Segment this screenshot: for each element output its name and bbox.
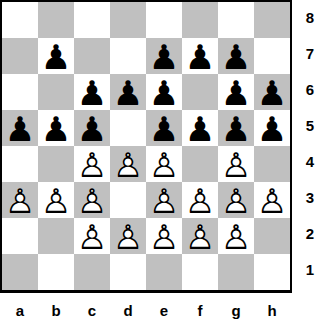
rank-label-4: 4 (292, 144, 328, 180)
white-pawn-fill: ♟ (182, 182, 218, 218)
white-pawn: ♙ (110, 146, 146, 182)
white-pawn: ♙ (218, 182, 254, 218)
white-pawn: ♙ (146, 146, 182, 182)
rank-label-8: 8 (292, 0, 328, 36)
file-label-d: d (110, 293, 146, 329)
square-e6[interactable]: ♟ (146, 74, 182, 110)
square-f7[interactable]: ♟ (182, 38, 218, 74)
black-pawn: ♟ (218, 110, 254, 146)
rank-label-1: 1 (292, 252, 328, 288)
file-label-f: f (182, 293, 218, 329)
square-f6[interactable] (182, 74, 218, 110)
white-pawn-fill: ♟ (254, 182, 290, 218)
rank-label-2: 2 (292, 216, 328, 252)
square-b4[interactable] (38, 146, 74, 182)
white-pawn-fill: ♟ (218, 146, 254, 182)
square-a4[interactable] (2, 146, 38, 182)
square-c6[interactable]: ♟ (74, 74, 110, 110)
square-c3[interactable]: ♟♙ (74, 182, 110, 218)
white-pawn: ♙ (182, 182, 218, 218)
square-a6[interactable] (2, 74, 38, 110)
square-b1[interactable] (38, 254, 74, 290)
square-h6[interactable]: ♟ (254, 74, 290, 110)
square-d5[interactable] (110, 110, 146, 146)
square-g7[interactable]: ♟ (218, 38, 254, 74)
square-f8[interactable] (182, 2, 218, 38)
square-g1[interactable] (218, 254, 254, 290)
square-a7[interactable] (2, 38, 38, 74)
square-h2[interactable] (254, 218, 290, 254)
file-label-e: e (146, 293, 182, 329)
square-f1[interactable] (182, 254, 218, 290)
square-h4[interactable] (254, 146, 290, 182)
white-pawn-fill: ♟ (146, 182, 182, 218)
square-b2[interactable] (38, 218, 74, 254)
square-e8[interactable] (146, 2, 182, 38)
black-pawn: ♟ (110, 74, 146, 110)
square-e3[interactable]: ♟♙ (146, 182, 182, 218)
white-pawn: ♙ (2, 182, 38, 218)
white-pawn: ♙ (146, 218, 182, 254)
file-label-a: a (2, 293, 38, 329)
square-f4[interactable] (182, 146, 218, 182)
square-a8[interactable] (2, 2, 38, 38)
black-pawn: ♟ (182, 110, 218, 146)
white-pawn: ♙ (182, 218, 218, 254)
rank-label-3: 3 (292, 180, 328, 216)
white-pawn-fill: ♟ (2, 182, 38, 218)
black-pawn: ♟ (182, 38, 218, 74)
rank-labels: 87654321 (292, 0, 328, 293)
file-label-c: c (74, 293, 110, 329)
black-pawn: ♟ (254, 110, 290, 146)
white-pawn: ♙ (218, 218, 254, 254)
square-b7[interactable]: ♟ (38, 38, 74, 74)
square-g8[interactable] (218, 2, 254, 38)
square-c7[interactable] (74, 38, 110, 74)
white-pawn-fill: ♟ (146, 218, 182, 254)
square-h8[interactable] (254, 2, 290, 38)
white-pawn: ♙ (110, 218, 146, 254)
black-pawn: ♟ (218, 74, 254, 110)
rank-label-6: 6 (292, 72, 328, 108)
black-pawn: ♟ (146, 110, 182, 146)
black-pawn: ♟ (38, 110, 74, 146)
square-h1[interactable] (254, 254, 290, 290)
rank-label-7: 7 (292, 36, 328, 72)
square-g5[interactable]: ♟ (218, 110, 254, 146)
file-label-g: g (218, 293, 254, 329)
black-pawn: ♟ (2, 110, 38, 146)
square-c2[interactable]: ♟♙ (74, 218, 110, 254)
black-pawn: ♟ (38, 38, 74, 74)
square-b8[interactable] (38, 2, 74, 38)
square-a2[interactable] (2, 218, 38, 254)
white-pawn-fill: ♟ (218, 218, 254, 254)
square-b5[interactable]: ♟ (38, 110, 74, 146)
square-e4[interactable]: ♟♙ (146, 146, 182, 182)
board-border: ♟♟♟♟♟♟♟♟♟♟♟♟♟♟♟♟♟♙♟♙♟♙♟♙♟♙♟♙♟♙♟♙♟♙♟♙♟♙♟♙… (0, 0, 292, 293)
white-pawn-fill: ♟ (74, 146, 110, 182)
square-c4[interactable]: ♟♙ (74, 146, 110, 182)
square-e2[interactable]: ♟♙ (146, 218, 182, 254)
square-a5[interactable]: ♟ (2, 110, 38, 146)
square-a3[interactable]: ♟♙ (2, 182, 38, 218)
square-f5[interactable]: ♟ (182, 110, 218, 146)
white-pawn: ♙ (74, 218, 110, 254)
rank-label-5: 5 (292, 108, 328, 144)
white-pawn-fill: ♟ (74, 182, 110, 218)
black-pawn: ♟ (74, 110, 110, 146)
white-pawn-fill: ♟ (146, 146, 182, 182)
square-d3[interactable] (110, 182, 146, 218)
square-g4[interactable]: ♟♙ (218, 146, 254, 182)
square-d7[interactable] (110, 38, 146, 74)
chess-diagram: ♟♟♟♟♟♟♟♟♟♟♟♟♟♟♟♟♟♙♟♙♟♙♟♙♟♙♟♙♟♙♟♙♟♙♟♙♟♙♟♙… (0, 0, 328, 336)
square-d2[interactable]: ♟♙ (110, 218, 146, 254)
square-b3[interactable]: ♟♙ (38, 182, 74, 218)
chess-board: ♟♟♟♟♟♟♟♟♟♟♟♟♟♟♟♟♟♙♟♙♟♙♟♙♟♙♟♙♟♙♟♙♟♙♟♙♟♙♟♙… (2, 2, 290, 290)
white-pawn: ♙ (74, 182, 110, 218)
white-pawn-fill: ♟ (218, 182, 254, 218)
square-d1[interactable] (110, 254, 146, 290)
file-label-h: h (254, 293, 290, 329)
square-d4[interactable]: ♟♙ (110, 146, 146, 182)
square-f3[interactable]: ♟♙ (182, 182, 218, 218)
white-pawn-fill: ♟ (74, 218, 110, 254)
white-pawn-fill: ♟ (110, 218, 146, 254)
square-h3[interactable]: ♟♙ (254, 182, 290, 218)
square-g6[interactable]: ♟ (218, 74, 254, 110)
square-a1[interactable] (2, 254, 38, 290)
square-e7[interactable]: ♟ (146, 38, 182, 74)
square-c1[interactable] (74, 254, 110, 290)
square-b6[interactable] (38, 74, 74, 110)
black-pawn: ♟ (218, 38, 254, 74)
file-label-b: b (38, 293, 74, 329)
white-pawn-fill: ♟ (182, 218, 218, 254)
file-labels: abcdefgh (0, 293, 294, 336)
square-d8[interactable] (110, 2, 146, 38)
square-g2[interactable]: ♟♙ (218, 218, 254, 254)
white-pawn: ♙ (146, 182, 182, 218)
black-pawn: ♟ (74, 74, 110, 110)
white-pawn: ♙ (38, 182, 74, 218)
board-and-ranks: ♟♟♟♟♟♟♟♟♟♟♟♟♟♟♟♟♟♙♟♙♟♙♟♙♟♙♟♙♟♙♟♙♟♙♟♙♟♙♟♙… (0, 0, 328, 293)
square-h7[interactable] (254, 38, 290, 74)
square-c5[interactable]: ♟ (74, 110, 110, 146)
black-pawn: ♟ (146, 38, 182, 74)
square-c8[interactable] (74, 2, 110, 38)
square-e5[interactable]: ♟ (146, 110, 182, 146)
square-f2[interactable]: ♟♙ (182, 218, 218, 254)
white-pawn: ♙ (74, 146, 110, 182)
square-e1[interactable] (146, 254, 182, 290)
white-pawn-fill: ♟ (38, 182, 74, 218)
black-pawn: ♟ (146, 74, 182, 110)
white-pawn: ♙ (218, 146, 254, 182)
square-h5[interactable]: ♟ (254, 110, 290, 146)
white-pawn: ♙ (254, 182, 290, 218)
square-g3[interactable]: ♟♙ (218, 182, 254, 218)
white-pawn-fill: ♟ (110, 146, 146, 182)
square-d6[interactable]: ♟ (110, 74, 146, 110)
black-pawn: ♟ (254, 74, 290, 110)
